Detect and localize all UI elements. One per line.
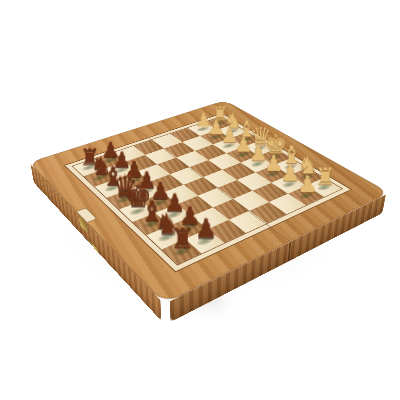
latch-shell-pendant [87,240,103,267]
square-h8[interactable]: ♜ [162,239,202,264]
piece-wP[interactable]: ♟ [291,173,325,196]
fold-seam-edge [288,241,292,262]
board-top-surface: ♜♟♞♟♝♟♛♟♚♟♟♝♜♟♟♞♞♟♟♜♝♟♟♛♟♚♟♝♟♞♟♜ [29,100,390,304]
product-photo-stage: ♜♟♞♟♝♟♛♟♚♟♟♝♜♟♟♞♞♟♟♜♝♟♟♛♟♚♟♝♟♞♟♜ [0,0,400,400]
chess-board: ♜♟♞♟♝♟♛♟♚♟♟♝♜♟♟♞♞♟♟♜♝♟♟♛♟♚♟♝♟♞♟♜ [29,100,390,304]
square-d4[interactable] [190,160,223,177]
piece-bR[interactable]: ♜ [164,225,202,252]
chess-scene: ♜♟♞♟♝♟♛♟♚♟♟♝♜♟♟♞♞♟♟♜♝♟♟♛♟♚♟♝♟♞♟♜ [0,0,400,400]
